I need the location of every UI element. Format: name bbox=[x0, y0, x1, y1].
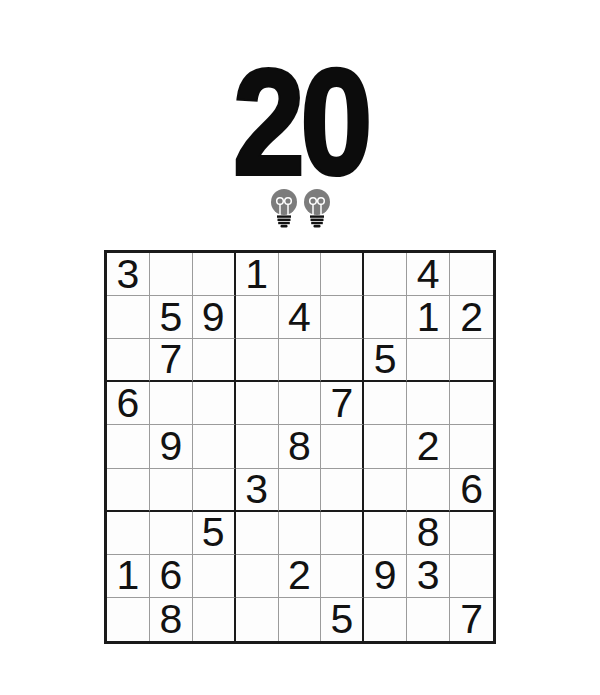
cell-r9c4[interactable] bbox=[236, 598, 279, 641]
cell-r9c3[interactable] bbox=[193, 598, 236, 641]
cell-r2c1[interactable] bbox=[107, 296, 150, 339]
cell-r7c6[interactable] bbox=[321, 512, 364, 555]
cell-r9c6[interactable]: 5 bbox=[321, 598, 364, 641]
difficulty-hints bbox=[0, 188, 600, 228]
puzzle-number: 20 bbox=[233, 47, 368, 197]
cell-r5c2[interactable]: 9 bbox=[150, 425, 193, 468]
cell-r5c9[interactable] bbox=[450, 425, 493, 468]
cell-r7c5[interactable] bbox=[279, 512, 322, 555]
cell-r6c2[interactable] bbox=[150, 469, 193, 512]
cell-r3c5[interactable] bbox=[279, 339, 322, 382]
cell-r8c2[interactable]: 6 bbox=[150, 555, 193, 598]
puzzle-page: 20 314594127567982365816293857 bbox=[0, 0, 600, 695]
cell-r3c2[interactable]: 7 bbox=[150, 339, 193, 382]
cell-r1c3[interactable] bbox=[193, 253, 236, 296]
lightbulb-icon bbox=[302, 188, 332, 228]
cell-r7c1[interactable] bbox=[107, 512, 150, 555]
cell-r2c4[interactable] bbox=[236, 296, 279, 339]
cell-r6c4[interactable]: 3 bbox=[236, 469, 279, 512]
cell-r6c1[interactable] bbox=[107, 469, 150, 512]
cell-r4c9[interactable] bbox=[450, 382, 493, 425]
lightbulb-icon bbox=[269, 188, 299, 228]
cell-r7c3[interactable]: 5 bbox=[193, 512, 236, 555]
cell-r1c5[interactable] bbox=[279, 253, 322, 296]
cell-r3c1[interactable] bbox=[107, 339, 150, 382]
cell-r3c6[interactable] bbox=[321, 339, 364, 382]
cell-r5c3[interactable] bbox=[193, 425, 236, 468]
cell-r8c4[interactable] bbox=[236, 555, 279, 598]
cell-r7c9[interactable] bbox=[450, 512, 493, 555]
cell-r4c6[interactable]: 7 bbox=[321, 382, 364, 425]
cell-r8c6[interactable] bbox=[321, 555, 364, 598]
cell-r6c3[interactable] bbox=[193, 469, 236, 512]
cell-r2c9[interactable]: 2 bbox=[450, 296, 493, 339]
cell-r5c1[interactable] bbox=[107, 425, 150, 468]
cell-r7c2[interactable] bbox=[150, 512, 193, 555]
cell-r4c3[interactable] bbox=[193, 382, 236, 425]
cell-r8c9[interactable] bbox=[450, 555, 493, 598]
cell-r4c7[interactable] bbox=[364, 382, 407, 425]
cell-r4c4[interactable] bbox=[236, 382, 279, 425]
cell-r3c9[interactable] bbox=[450, 339, 493, 382]
cell-r6c9[interactable]: 6 bbox=[450, 469, 493, 512]
sudoku-board: 314594127567982365816293857 bbox=[104, 250, 496, 644]
cell-r3c4[interactable] bbox=[236, 339, 279, 382]
cell-r8c8[interactable]: 3 bbox=[407, 555, 450, 598]
cell-r9c2[interactable]: 8 bbox=[150, 598, 193, 641]
cell-r7c7[interactable] bbox=[364, 512, 407, 555]
cell-r5c4[interactable] bbox=[236, 425, 279, 468]
cell-r4c1[interactable]: 6 bbox=[107, 382, 150, 425]
cell-r7c4[interactable] bbox=[236, 512, 279, 555]
cell-r2c6[interactable] bbox=[321, 296, 364, 339]
cell-r6c5[interactable] bbox=[279, 469, 322, 512]
cell-r1c2[interactable] bbox=[150, 253, 193, 296]
cell-r1c7[interactable] bbox=[364, 253, 407, 296]
cell-r5c8[interactable]: 2 bbox=[407, 425, 450, 468]
cell-r3c7[interactable]: 5 bbox=[364, 339, 407, 382]
cell-r2c5[interactable]: 4 bbox=[279, 296, 322, 339]
cell-r4c5[interactable] bbox=[279, 382, 322, 425]
cell-r5c7[interactable] bbox=[364, 425, 407, 468]
cell-r2c2[interactable]: 5 bbox=[150, 296, 193, 339]
cell-r9c8[interactable] bbox=[407, 598, 450, 641]
cell-r5c5[interactable]: 8 bbox=[279, 425, 322, 468]
puzzle-header: 20 bbox=[0, 52, 600, 192]
cell-r9c9[interactable]: 7 bbox=[450, 598, 493, 641]
cell-r3c3[interactable] bbox=[193, 339, 236, 382]
cell-r1c1[interactable]: 3 bbox=[107, 253, 150, 296]
cell-r9c1[interactable] bbox=[107, 598, 150, 641]
cell-r8c1[interactable]: 1 bbox=[107, 555, 150, 598]
cell-r1c8[interactable]: 4 bbox=[407, 253, 450, 296]
cell-r2c7[interactable] bbox=[364, 296, 407, 339]
cell-r6c8[interactable] bbox=[407, 469, 450, 512]
cell-r1c4[interactable]: 1 bbox=[236, 253, 279, 296]
cell-r1c6[interactable] bbox=[321, 253, 364, 296]
cell-r6c7[interactable] bbox=[364, 469, 407, 512]
cell-r5c6[interactable] bbox=[321, 425, 364, 468]
cell-r4c2[interactable] bbox=[150, 382, 193, 425]
cell-r8c7[interactable]: 9 bbox=[364, 555, 407, 598]
cell-r3c8[interactable] bbox=[407, 339, 450, 382]
cell-r9c5[interactable] bbox=[279, 598, 322, 641]
cell-r2c8[interactable]: 1 bbox=[407, 296, 450, 339]
cell-r1c9[interactable] bbox=[450, 253, 493, 296]
cell-r2c3[interactable]: 9 bbox=[193, 296, 236, 339]
cell-r4c8[interactable] bbox=[407, 382, 450, 425]
cell-r6c6[interactable] bbox=[321, 469, 364, 512]
cell-r9c7[interactable] bbox=[364, 598, 407, 641]
cell-r8c5[interactable]: 2 bbox=[279, 555, 322, 598]
cell-r8c3[interactable] bbox=[193, 555, 236, 598]
cell-r7c8[interactable]: 8 bbox=[407, 512, 450, 555]
